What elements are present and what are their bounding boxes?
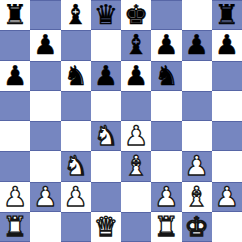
square-f2[interactable]: ♟︎: [151, 182, 181, 212]
square-d1[interactable]: ♛︎: [91, 212, 121, 242]
square-g5[interactable]: [182, 91, 212, 121]
white-knight-piece: ♞︎: [64, 151, 88, 181]
black-knight-piece: ♞︎: [154, 61, 178, 91]
white-knight-piece: ♞︎: [94, 121, 118, 151]
square-b8[interactable]: [30, 0, 60, 30]
square-c7[interactable]: [61, 30, 91, 60]
black-pawn-piece: ♟︎: [154, 30, 178, 60]
black-queen-piece: ♛︎: [94, 0, 118, 30]
black-pawn-piece: ♟︎: [33, 30, 57, 60]
square-h2[interactable]: ♟︎: [212, 182, 242, 212]
square-a3[interactable]: [0, 151, 30, 181]
square-d8[interactable]: ♛︎: [91, 0, 121, 30]
square-b2[interactable]: ♟︎: [30, 182, 60, 212]
square-h8[interactable]: ♜︎: [212, 0, 242, 30]
black-bishop-piece: ♝︎: [124, 30, 148, 60]
square-g2[interactable]: ♝︎: [182, 182, 212, 212]
square-g1[interactable]: ♚︎: [182, 212, 212, 242]
white-bishop-piece: ♝︎: [185, 182, 209, 212]
square-f1[interactable]: ♜︎: [151, 212, 181, 242]
square-d4[interactable]: ♞︎: [91, 121, 121, 151]
square-a1[interactable]: ♜︎: [0, 212, 30, 242]
white-pawn-piece: ♟︎: [215, 182, 239, 212]
square-e6[interactable]: ♟︎: [121, 61, 151, 91]
square-a6[interactable]: ♟︎: [0, 61, 30, 91]
square-c2[interactable]: ♟︎: [61, 182, 91, 212]
black-pawn-piece: ♟︎: [3, 61, 27, 91]
square-h7[interactable]: ♟︎: [212, 30, 242, 60]
white-pawn-piece: ♟︎: [185, 151, 209, 181]
square-g8[interactable]: [182, 0, 212, 30]
white-pawn-piece: ♟︎: [124, 121, 148, 151]
square-a5[interactable]: [0, 91, 30, 121]
square-e4[interactable]: ♟︎: [121, 121, 151, 151]
square-e2[interactable]: [121, 182, 151, 212]
square-g6[interactable]: [182, 61, 212, 91]
square-b1[interactable]: [30, 212, 60, 242]
black-pawn-piece: ♟︎: [215, 30, 239, 60]
chess-board: ♜︎♝︎♛︎♚︎♜︎♟︎♝︎♟︎♟︎♟︎♟︎♞︎♟︎♟︎♞︎♞︎♟︎♞︎♝︎♟︎…: [0, 0, 242, 242]
square-a2[interactable]: ♟︎: [0, 182, 30, 212]
black-pawn-piece: ♟︎: [185, 30, 209, 60]
black-rook-piece: ♜︎: [215, 0, 239, 30]
white-pawn-piece: ♟︎: [64, 182, 88, 212]
square-a4[interactable]: [0, 121, 30, 151]
square-c5[interactable]: [61, 91, 91, 121]
black-king-piece: ♚︎: [124, 0, 148, 30]
square-h3[interactable]: [212, 151, 242, 181]
square-h6[interactable]: [212, 61, 242, 91]
square-a8[interactable]: ♜︎: [0, 0, 30, 30]
white-rook-piece: ♜︎: [3, 212, 27, 242]
square-c8[interactable]: ♝︎: [61, 0, 91, 30]
black-knight-piece: ♞︎: [64, 61, 88, 91]
square-d2[interactable]: [91, 182, 121, 212]
square-c4[interactable]: [61, 121, 91, 151]
square-e3[interactable]: ♝︎: [121, 151, 151, 181]
square-e1[interactable]: [121, 212, 151, 242]
square-f7[interactable]: ♟︎: [151, 30, 181, 60]
square-f6[interactable]: ♞︎: [151, 61, 181, 91]
white-pawn-piece: ♟︎: [154, 182, 178, 212]
square-a7[interactable]: [0, 30, 30, 60]
black-bishop-piece: ♝︎: [64, 0, 88, 30]
square-d3[interactable]: [91, 151, 121, 181]
square-b5[interactable]: [30, 91, 60, 121]
square-g7[interactable]: ♟︎: [182, 30, 212, 60]
square-d7[interactable]: [91, 30, 121, 60]
square-h4[interactable]: [212, 121, 242, 151]
black-rook-piece: ♜︎: [3, 0, 27, 30]
square-f8[interactable]: [151, 0, 181, 30]
square-f5[interactable]: [151, 91, 181, 121]
square-c1[interactable]: [61, 212, 91, 242]
square-g4[interactable]: [182, 121, 212, 151]
square-e7[interactable]: ♝︎: [121, 30, 151, 60]
square-g3[interactable]: ♟︎: [182, 151, 212, 181]
white-rook-piece: ♜︎: [154, 212, 178, 242]
square-h1[interactable]: [212, 212, 242, 242]
white-bishop-piece: ♝︎: [124, 151, 148, 181]
square-f4[interactable]: [151, 121, 181, 151]
square-b4[interactable]: [30, 121, 60, 151]
square-h5[interactable]: [212, 91, 242, 121]
square-f3[interactable]: [151, 151, 181, 181]
square-b6[interactable]: [30, 61, 60, 91]
square-c3[interactable]: ♞︎: [61, 151, 91, 181]
white-pawn-piece: ♟︎: [33, 182, 57, 212]
square-e5[interactable]: [121, 91, 151, 121]
white-king-piece: ♚︎: [185, 212, 209, 242]
black-pawn-piece: ♟︎: [124, 61, 148, 91]
square-c6[interactable]: ♞︎: [61, 61, 91, 91]
square-b3[interactable]: [30, 151, 60, 181]
square-b7[interactable]: ♟︎: [30, 30, 60, 60]
black-pawn-piece: ♟︎: [94, 61, 118, 91]
white-queen-piece: ♛︎: [94, 212, 118, 242]
white-pawn-piece: ♟︎: [3, 182, 27, 212]
square-e8[interactable]: ♚︎: [121, 0, 151, 30]
square-d6[interactable]: ♟︎: [91, 61, 121, 91]
square-d5[interactable]: [91, 91, 121, 121]
